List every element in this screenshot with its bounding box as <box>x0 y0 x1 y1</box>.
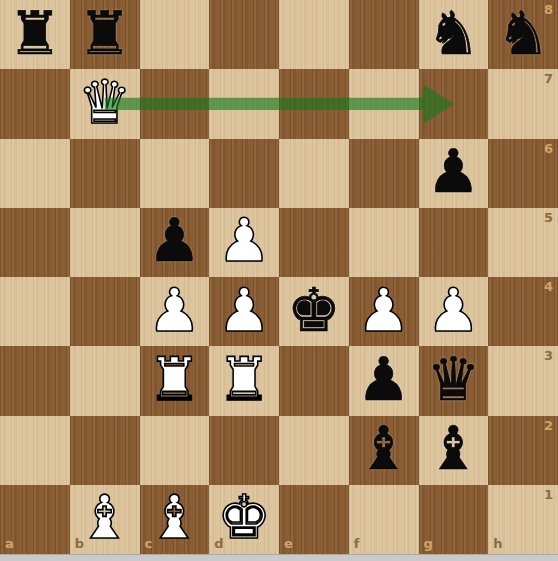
piece-white-rook[interactable]: ♜ <box>217 349 271 409</box>
square-b7[interactable]: ♛ <box>70 69 140 138</box>
square-e1[interactable]: e <box>279 485 349 554</box>
square-h3[interactable]: 3 <box>488 346 558 415</box>
square-a4[interactable] <box>0 277 70 346</box>
square-f2[interactable]: ♝ <box>349 416 419 485</box>
square-h8[interactable]: ♞8 <box>488 0 558 69</box>
square-f6[interactable] <box>349 139 419 208</box>
square-d2[interactable] <box>209 416 279 485</box>
square-c3[interactable]: ♜ <box>140 346 210 415</box>
square-a1[interactable]: a <box>0 485 70 554</box>
square-a7[interactable] <box>0 69 70 138</box>
square-b6[interactable] <box>70 139 140 208</box>
square-h4[interactable]: 4 <box>488 277 558 346</box>
square-b3[interactable] <box>70 346 140 415</box>
file-label-e: e <box>284 536 293 551</box>
square-h2[interactable]: 2 <box>488 416 558 485</box>
piece-black-bishop[interactable]: ♝ <box>357 418 411 478</box>
piece-white-pawn[interactable]: ♟ <box>357 280 411 340</box>
file-label-a: a <box>5 536 14 551</box>
square-f8[interactable] <box>349 0 419 69</box>
rank-label-1: 1 <box>544 487 553 502</box>
square-a2[interactable] <box>0 416 70 485</box>
square-g4[interactable]: ♟ <box>419 277 489 346</box>
square-e8[interactable] <box>279 0 349 69</box>
square-f1[interactable]: f <box>349 485 419 554</box>
square-h5[interactable]: 5 <box>488 208 558 277</box>
piece-white-bishop[interactable]: ♝ <box>147 487 201 547</box>
piece-black-knight[interactable]: ♞ <box>426 3 480 63</box>
square-f5[interactable] <box>349 208 419 277</box>
square-d5[interactable]: ♟ <box>209 208 279 277</box>
piece-white-king[interactable]: ♚ <box>217 487 271 547</box>
rank-label-3: 3 <box>544 348 553 363</box>
square-g2[interactable]: ♝ <box>419 416 489 485</box>
piece-black-queen[interactable]: ♛ <box>426 349 480 409</box>
square-b8[interactable]: ♜ <box>70 0 140 69</box>
piece-black-pawn[interactable]: ♟ <box>357 349 411 409</box>
square-d8[interactable] <box>209 0 279 69</box>
square-g5[interactable] <box>419 208 489 277</box>
square-b5[interactable] <box>70 208 140 277</box>
square-d7[interactable] <box>209 69 279 138</box>
square-g6[interactable]: ♟ <box>419 139 489 208</box>
rank-label-4: 4 <box>544 279 553 294</box>
square-b2[interactable] <box>70 416 140 485</box>
square-e2[interactable] <box>279 416 349 485</box>
square-f3[interactable]: ♟ <box>349 346 419 415</box>
rank-label-8: 8 <box>544 2 553 17</box>
square-f4[interactable]: ♟ <box>349 277 419 346</box>
piece-black-rook[interactable]: ♜ <box>78 3 132 63</box>
rank-label-2: 2 <box>544 418 553 433</box>
square-h1[interactable]: 1h <box>488 485 558 554</box>
rank-label-5: 5 <box>544 210 553 225</box>
square-h7[interactable]: 7 <box>488 69 558 138</box>
square-c6[interactable] <box>140 139 210 208</box>
piece-black-rook[interactable]: ♜ <box>8 3 62 63</box>
square-d3[interactable]: ♜ <box>209 346 279 415</box>
square-c2[interactable] <box>140 416 210 485</box>
square-g1[interactable]: g <box>419 485 489 554</box>
square-c7[interactable] <box>140 69 210 138</box>
piece-white-pawn[interactable]: ♟ <box>426 280 480 340</box>
square-e7[interactable] <box>279 69 349 138</box>
square-d4[interactable]: ♟ <box>209 277 279 346</box>
piece-white-bishop[interactable]: ♝ <box>78 487 132 547</box>
square-d6[interactable] <box>209 139 279 208</box>
square-a6[interactable] <box>0 139 70 208</box>
square-a8[interactable]: ♜ <box>0 0 70 69</box>
file-label-c: c <box>145 536 153 551</box>
square-c4[interactable]: ♟ <box>140 277 210 346</box>
rank-label-6: 6 <box>544 141 553 156</box>
piece-black-bishop[interactable]: ♝ <box>426 418 480 478</box>
square-e4[interactable]: ♚ <box>279 277 349 346</box>
square-g8[interactable]: ♞ <box>419 0 489 69</box>
piece-white-pawn[interactable]: ♟ <box>217 210 271 270</box>
chess-board: ♜♜♞♞8♛7♟6♟♟5♟♟♚♟♟4♜♜♟♛3♝♝2a♝b♝c♚defg1h <box>0 0 558 554</box>
rank-label-7: 7 <box>544 71 553 86</box>
file-label-d: d <box>214 536 223 551</box>
square-b4[interactable] <box>70 277 140 346</box>
piece-black-knight[interactable]: ♞ <box>496 3 550 63</box>
file-label-h: h <box>493 536 502 551</box>
square-c5[interactable]: ♟ <box>140 208 210 277</box>
file-label-b: b <box>75 536 84 551</box>
square-g3[interactable]: ♛ <box>419 346 489 415</box>
square-d1[interactable]: ♚d <box>209 485 279 554</box>
piece-white-pawn[interactable]: ♟ <box>217 280 271 340</box>
square-e3[interactable] <box>279 346 349 415</box>
piece-black-pawn[interactable]: ♟ <box>147 210 201 270</box>
square-h6[interactable]: 6 <box>488 139 558 208</box>
square-a5[interactable] <box>0 208 70 277</box>
square-e6[interactable] <box>279 139 349 208</box>
piece-black-king[interactable]: ♚ <box>287 280 341 340</box>
square-g7[interactable] <box>419 69 489 138</box>
piece-white-queen[interactable]: ♛ <box>78 72 132 132</box>
piece-white-rook[interactable]: ♜ <box>147 349 201 409</box>
square-a3[interactable] <box>0 346 70 415</box>
square-f7[interactable] <box>349 69 419 138</box>
square-c8[interactable] <box>140 0 210 69</box>
square-b1[interactable]: ♝b <box>70 485 140 554</box>
file-label-f: f <box>354 536 360 551</box>
bottom-strip <box>0 554 558 561</box>
piece-white-pawn[interactable]: ♟ <box>147 280 201 340</box>
square-e5[interactable] <box>279 208 349 277</box>
piece-black-pawn[interactable]: ♟ <box>426 141 480 201</box>
file-label-g: g <box>424 536 433 551</box>
square-c1[interactable]: ♝c <box>140 485 210 554</box>
